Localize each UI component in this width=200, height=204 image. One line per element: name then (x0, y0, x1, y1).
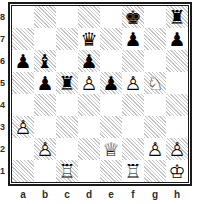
rank-label-2: 2 (0, 138, 7, 160)
square-d8[interactable] (78, 6, 100, 28)
square-b7[interactable] (34, 28, 56, 50)
file-label-b: b (34, 187, 56, 203)
square-h4[interactable] (166, 94, 188, 116)
piece-black-bishop: ♝ (34, 50, 56, 72)
square-g6[interactable] (144, 50, 166, 72)
square-c5[interactable]: ♜ (56, 72, 78, 94)
piece-black-rook: ♜ (166, 6, 188, 28)
square-g2[interactable]: ♟♙ (144, 138, 166, 160)
square-g8[interactable] (144, 6, 166, 28)
file-label-a: a (12, 187, 34, 203)
file-label-g: g (144, 187, 166, 203)
square-d4[interactable] (78, 94, 100, 116)
piece-white-queen: ♛♕ (100, 138, 122, 160)
piece-white-king: ♚♔ (166, 160, 188, 182)
square-e4[interactable] (100, 94, 122, 116)
square-h1[interactable]: ♚♔ (166, 160, 188, 182)
square-f1[interactable]: ♜♖ (122, 160, 144, 182)
square-c8[interactable] (56, 6, 78, 28)
piece-black-queen: ♛ (78, 28, 100, 50)
rank-labels: 87654321 (0, 6, 7, 182)
rank-label-8: 8 (0, 6, 7, 28)
file-label-h: h (166, 187, 188, 203)
square-d6[interactable]: ♟ (78, 50, 100, 72)
square-h5[interactable] (166, 72, 188, 94)
rank-label-4: 4 (0, 94, 7, 116)
square-g4[interactable] (144, 94, 166, 116)
piece-white-pawn: ♟♙ (144, 138, 166, 160)
square-f7[interactable]: ♟ (122, 28, 144, 50)
square-c3[interactable] (56, 116, 78, 138)
square-f8[interactable]: ♚ (122, 6, 144, 28)
square-h6[interactable] (166, 50, 188, 72)
square-a5[interactable] (12, 72, 34, 94)
square-e1[interactable] (100, 160, 122, 182)
piece-white-pawn: ♟♙ (122, 72, 144, 94)
square-b4[interactable] (34, 94, 56, 116)
file-label-f: f (122, 187, 144, 203)
square-d5[interactable]: ♟♙ (78, 72, 100, 94)
file-label-e: e (100, 187, 122, 203)
square-a4[interactable] (12, 94, 34, 116)
square-e3[interactable] (100, 116, 122, 138)
square-f6[interactable] (122, 50, 144, 72)
square-a1[interactable] (12, 160, 34, 182)
rank-label-5: 5 (0, 72, 7, 94)
square-e7[interactable] (100, 28, 122, 50)
square-f5[interactable]: ♟♙ (122, 72, 144, 94)
square-e8[interactable] (100, 6, 122, 28)
square-a3[interactable]: ♟♙ (12, 116, 34, 138)
square-f2[interactable] (122, 138, 144, 160)
file-label-c: c (56, 187, 78, 203)
square-a7[interactable] (12, 28, 34, 50)
square-b5[interactable]: ♟ (34, 72, 56, 94)
piece-white-pawn: ♟♙ (12, 116, 34, 138)
chess-board: ♚♜♛♟♟♟♝♟♟♜♟♙♟♟♙♞♘♟♙♟♙♛♕♟♙♟♙♜♖♜♖♚♔ (11, 5, 189, 183)
square-h7[interactable]: ♟ (166, 28, 188, 50)
chess-board-frame: ♚♜♛♟♟♟♝♟♟♜♟♙♟♟♙♞♘♟♙♟♙♛♕♟♙♟♙♜♖♜♖♚♔ (8, 2, 192, 186)
piece-white-knight: ♞♘ (144, 72, 166, 94)
piece-black-pawn: ♟ (100, 72, 122, 94)
piece-black-pawn: ♟ (12, 50, 34, 72)
square-c7[interactable] (56, 28, 78, 50)
square-f4[interactable] (122, 94, 144, 116)
square-b2[interactable]: ♟♙ (34, 138, 56, 160)
square-a8[interactable] (12, 6, 34, 28)
rank-label-6: 6 (0, 50, 7, 72)
piece-white-pawn: ♟♙ (78, 72, 100, 94)
square-d1[interactable] (78, 160, 100, 182)
square-d3[interactable] (78, 116, 100, 138)
piece-white-pawn: ♟♙ (34, 138, 56, 160)
square-f3[interactable] (122, 116, 144, 138)
piece-black-pawn: ♟ (166, 28, 188, 50)
square-h8[interactable]: ♜ (166, 6, 188, 28)
piece-white-rook: ♜♖ (56, 160, 78, 182)
square-g1[interactable] (144, 160, 166, 182)
square-h3[interactable] (166, 116, 188, 138)
rank-label-3: 3 (0, 116, 7, 138)
square-b6[interactable]: ♝ (34, 50, 56, 72)
square-d2[interactable] (78, 138, 100, 160)
piece-black-pawn: ♟ (34, 72, 56, 94)
file-labels: abcdefgh (12, 187, 188, 203)
square-b3[interactable] (34, 116, 56, 138)
rank-label-7: 7 (0, 28, 7, 50)
square-e6[interactable] (100, 50, 122, 72)
square-c4[interactable] (56, 94, 78, 116)
file-label-d: d (78, 187, 100, 203)
piece-black-pawn: ♟ (122, 28, 144, 50)
piece-black-pawn: ♟ (78, 50, 100, 72)
square-g3[interactable] (144, 116, 166, 138)
square-e2[interactable]: ♛♕ (100, 138, 122, 160)
square-g7[interactable] (144, 28, 166, 50)
square-a6[interactable]: ♟ (12, 50, 34, 72)
piece-white-pawn: ♟♙ (166, 138, 188, 160)
piece-black-king: ♚ (122, 6, 144, 28)
rank-label-1: 1 (0, 160, 7, 182)
piece-white-rook: ♜♖ (122, 160, 144, 182)
square-b1[interactable] (34, 160, 56, 182)
square-c1[interactable]: ♜♖ (56, 160, 78, 182)
square-g5[interactable]: ♞♘ (144, 72, 166, 94)
square-b8[interactable] (34, 6, 56, 28)
square-e5[interactable]: ♟ (100, 72, 122, 94)
square-h2[interactable]: ♟♙ (166, 138, 188, 160)
chess-diagram: 87654321 ♚♜♛♟♟♟♝♟♟♜♟♙♟♟♙♞♘♟♙♟♙♛♕♟♙♟♙♜♖♜♖… (0, 0, 200, 204)
square-d7[interactable]: ♛ (78, 28, 100, 50)
square-a2[interactable] (12, 138, 34, 160)
square-c6[interactable] (56, 50, 78, 72)
square-c2[interactable] (56, 138, 78, 160)
piece-black-rook: ♜ (56, 72, 78, 94)
